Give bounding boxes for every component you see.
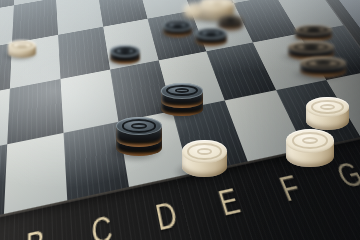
checker-top [182,140,227,163]
checker-top [161,83,203,99]
engraved-center-circle [197,148,212,155]
black-checker-D2-stack[interactable] [116,117,162,156]
pieces-layer [0,0,360,240]
engraved-center-circle [17,44,27,48]
white-checker-G2[interactable] [306,97,349,130]
black-checker-D7[interactable] [110,45,140,64]
black-checker-E3-stack[interactable] [161,83,203,116]
checker-top [110,45,140,57]
white-checker-B7[interactable] [8,40,36,58]
black-checker-E8[interactable] [163,20,192,37]
engraved-center-circle [120,49,130,53]
checkers-scene: BCDEFG [0,0,360,240]
checker-top [288,41,334,53]
black-checker-F7[interactable] [195,28,227,46]
white-checker-G1[interactable] [286,129,334,167]
engraved-center-circle [175,88,189,93]
engraved-center-circle [212,1,223,5]
engraved-center-circle [173,24,183,28]
black-checker-off-table-right-3[interactable] [300,57,346,77]
black-checker-off-table-right-1[interactable] [295,25,332,41]
engraved-center-circle [320,104,335,110]
engraved-center-circle [131,123,147,129]
checker-top [163,20,192,31]
engraved-center-circle [206,32,217,36]
checker-top [286,129,334,153]
engraved-center-circle [303,45,319,49]
checker-top [295,25,332,35]
white-checker-E1[interactable] [182,140,227,177]
